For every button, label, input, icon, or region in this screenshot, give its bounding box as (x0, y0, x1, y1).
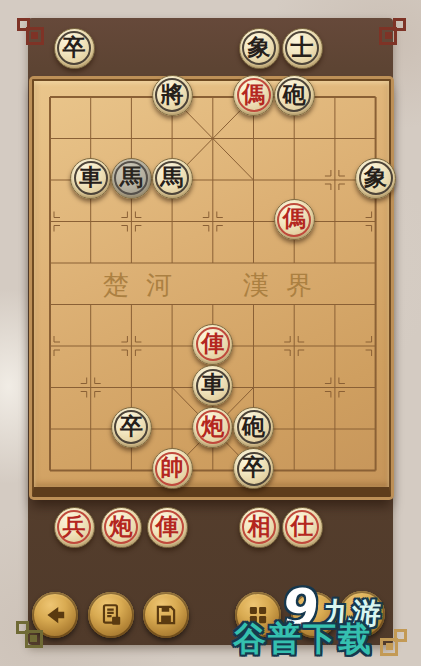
bottom-toolbar (0, 0, 421, 666)
game-screen: 楚河 漢界 將傌砲車馬馬象傌俥車卒炮砲帥卒卒象士兵炮俥相仕 (0, 0, 421, 666)
arrow-right-icon (349, 601, 375, 627)
move-record-button[interactable] (88, 592, 134, 638)
knot-ornament-top-left-icon (17, 18, 47, 48)
menu-button[interactable] (235, 592, 281, 638)
floppy-disk-icon (153, 602, 179, 628)
obscured-button[interactable] (291, 592, 337, 638)
knot-ornament-top-right-icon (376, 18, 406, 48)
knot-ornament-bottom-left-icon (16, 621, 46, 651)
save-button[interactable] (143, 592, 189, 638)
grid-menu-icon (245, 602, 271, 628)
knot-ornament-bottom-right-icon (377, 629, 407, 659)
record-list-icon (98, 602, 124, 628)
